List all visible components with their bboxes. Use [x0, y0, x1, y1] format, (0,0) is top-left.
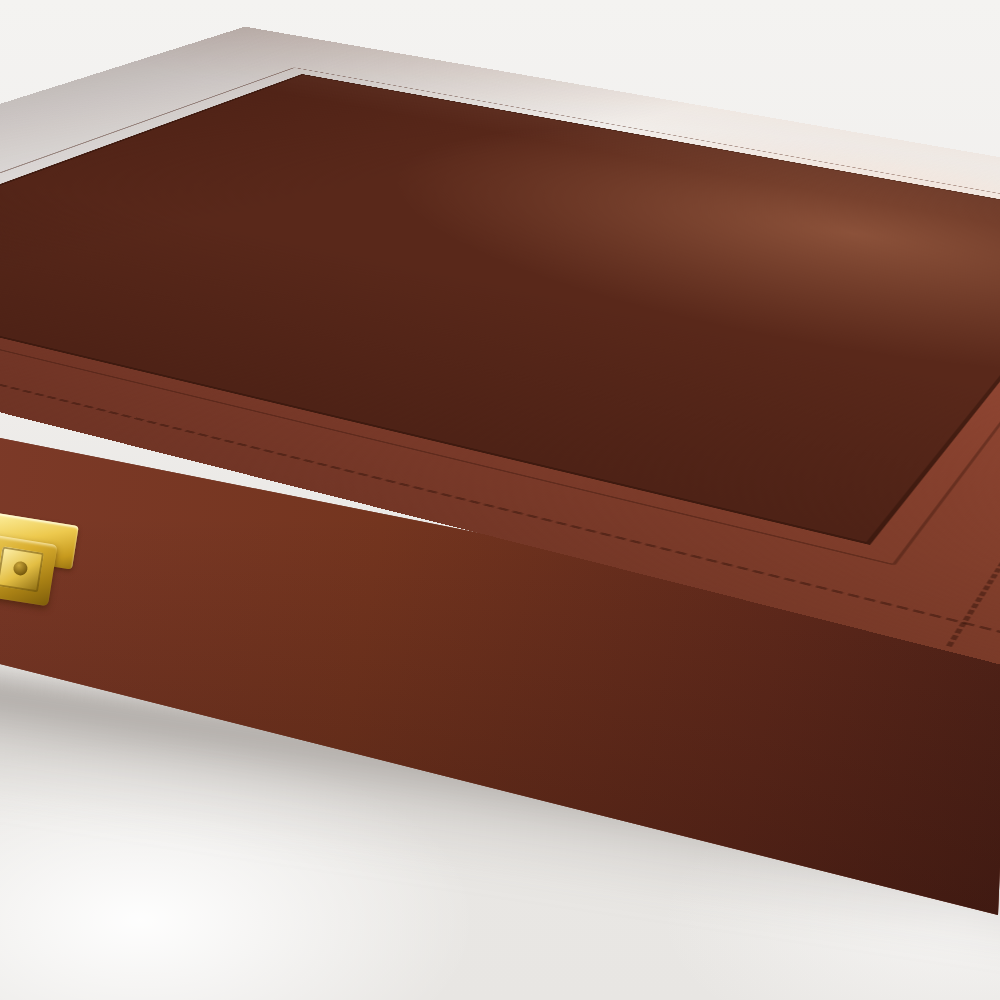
chess-set-photo [0, 0, 1000, 1000]
gold-clasp [0, 497, 100, 620]
